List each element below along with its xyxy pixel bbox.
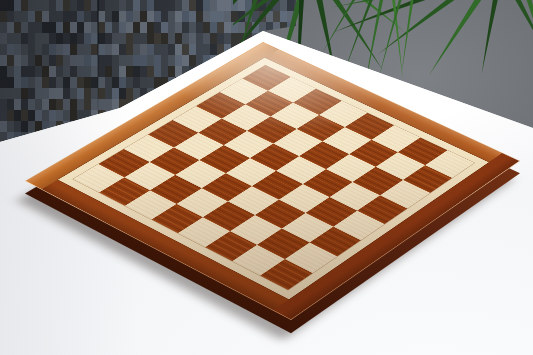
mosaic-tile: [63, 66, 70, 77]
mosaic-tile: [105, 44, 112, 55]
mosaic-tile: [56, 11, 63, 22]
mosaic-tile: [140, 77, 147, 88]
mosaic-tile: [42, 22, 49, 33]
mosaic-tile: [175, 44, 182, 55]
mosaic-tile: [28, 77, 35, 88]
mosaic-tile: [189, 11, 196, 22]
mosaic-tile: [168, 33, 175, 44]
mosaic-tile: [56, 0, 63, 11]
mosaic-tile: [182, 11, 189, 22]
mosaic-tile: [21, 110, 28, 121]
mosaic-tile: [161, 44, 168, 55]
mosaic-tile: [189, 0, 196, 11]
mosaic-tile: [77, 99, 84, 110]
mosaic-tile: [154, 44, 161, 55]
mosaic-tile: [77, 44, 84, 55]
mosaic-tile: [42, 0, 49, 11]
mosaic-tile: [7, 44, 14, 55]
mosaic-tile: [35, 110, 42, 121]
mosaic-tile: [70, 77, 77, 88]
mosaic-tile: [70, 0, 77, 11]
mosaic-tile: [56, 66, 63, 77]
mosaic-tile: [98, 66, 105, 77]
mosaic-tile: [161, 33, 168, 44]
mosaic-tile: [91, 11, 98, 22]
mosaic-tile: [154, 0, 161, 11]
mosaic-tile: [98, 33, 105, 44]
mosaic-tile: [70, 44, 77, 55]
photo-stage: [0, 0, 533, 355]
mosaic-tile: [182, 33, 189, 44]
mosaic-tile: [21, 0, 28, 11]
mosaic-tile: [126, 11, 133, 22]
mosaic-tile: [126, 77, 133, 88]
mosaic-tile: [63, 33, 70, 44]
mosaic-tile: [91, 22, 98, 33]
mosaic-tile: [189, 22, 196, 33]
mosaic-tile: [210, 0, 217, 11]
mosaic-tile: [35, 0, 42, 11]
mosaic-tile: [203, 0, 210, 11]
mosaic-tile: [49, 88, 56, 99]
mosaic-tile: [63, 88, 70, 99]
mosaic-tile: [217, 0, 224, 11]
mosaic-tile: [105, 55, 112, 66]
mosaic-tile: [217, 22, 224, 33]
mosaic-tile: [182, 55, 189, 66]
mosaic-tile: [140, 11, 147, 22]
mosaic-tile: [28, 0, 35, 11]
mosaic-tile: [98, 11, 105, 22]
mosaic-tile: [98, 44, 105, 55]
mosaic-tile: [35, 22, 42, 33]
mosaic-tile: [196, 22, 203, 33]
mosaic-tile: [189, 55, 196, 66]
mosaic-tile: [14, 99, 21, 110]
mosaic-tile: [133, 11, 140, 22]
mosaic-tile: [91, 99, 98, 110]
mosaic-tile: [112, 44, 119, 55]
mosaic-tile: [7, 22, 14, 33]
mosaic-tile: [63, 110, 70, 121]
mosaic-tile: [35, 88, 42, 99]
mosaic-tile: [196, 33, 203, 44]
mosaic-tile: [224, 33, 231, 44]
mosaic-tile: [119, 0, 126, 11]
mosaic-tile: [7, 66, 14, 77]
mosaic-tile: [182, 0, 189, 11]
mosaic-tile: [147, 44, 154, 55]
mosaic-tile: [0, 22, 7, 33]
mosaic-tile: [126, 0, 133, 11]
mosaic-tile: [14, 22, 21, 33]
mosaic-tile: [196, 44, 203, 55]
mosaic-tile: [140, 55, 147, 66]
mosaic-tile: [161, 11, 168, 22]
mosaic-tile: [77, 66, 84, 77]
mosaic-tile: [112, 55, 119, 66]
mosaic-tile: [91, 77, 98, 88]
mosaic-tile: [168, 22, 175, 33]
mosaic-tile: [77, 11, 84, 22]
mosaic-tile: [105, 11, 112, 22]
mosaic-tile: [42, 44, 49, 55]
mosaic-tile: [14, 44, 21, 55]
mosaic-tile: [63, 0, 70, 11]
mosaic-tile: [42, 11, 49, 22]
mosaic-tile: [28, 121, 35, 132]
mosaic-tile: [35, 99, 42, 110]
mosaic-tile: [210, 11, 217, 22]
mosaic-tile: [7, 11, 14, 22]
mosaic-tile: [168, 55, 175, 66]
mosaic-tile: [42, 33, 49, 44]
mosaic-tile: [119, 66, 126, 77]
mosaic-tile: [203, 22, 210, 33]
mosaic-tile: [21, 88, 28, 99]
mosaic-tile: [7, 55, 14, 66]
mosaic-tile: [0, 55, 7, 66]
mosaic-tile: [91, 33, 98, 44]
mosaic-tile: [56, 33, 63, 44]
mosaic-tile: [14, 66, 21, 77]
mosaic-tile: [14, 33, 21, 44]
mosaic-tile: [0, 99, 7, 110]
mosaic-tile: [126, 33, 133, 44]
mosaic-tile: [84, 11, 91, 22]
mosaic-tile: [42, 66, 49, 77]
mosaic-tile: [189, 33, 196, 44]
mosaic-tile: [154, 77, 161, 88]
mosaic-tile: [210, 22, 217, 33]
mosaic-tile: [105, 77, 112, 88]
mosaic-tile: [189, 44, 196, 55]
mosaic-tile: [112, 66, 119, 77]
mosaic-tile: [84, 55, 91, 66]
mosaic-tile: [105, 88, 112, 99]
mosaic-tile: [28, 44, 35, 55]
mosaic-tile: [133, 55, 140, 66]
mosaic-tile: [21, 33, 28, 44]
mosaic-tile: [63, 22, 70, 33]
mosaic-tile: [98, 88, 105, 99]
palm-leaf: [502, 0, 533, 61]
mosaic-tile: [35, 33, 42, 44]
mosaic-tile: [49, 77, 56, 88]
mosaic-tile: [56, 44, 63, 55]
mosaic-tile: [63, 44, 70, 55]
mosaic-tile: [133, 88, 140, 99]
mosaic-tile: [175, 11, 182, 22]
mosaic-tile: [175, 55, 182, 66]
mosaic-tile: [0, 44, 7, 55]
mosaic-tile: [105, 99, 112, 110]
mosaic-tile: [161, 0, 168, 11]
mosaic-tile: [196, 11, 203, 22]
mosaic-tile: [217, 11, 224, 22]
mosaic-tile: [70, 22, 77, 33]
mosaic-tile: [133, 0, 140, 11]
mosaic-tile: [161, 22, 168, 33]
mosaic-tile: [98, 77, 105, 88]
mosaic-tile: [7, 99, 14, 110]
mosaic-tile: [126, 22, 133, 33]
mosaic-tile: [147, 0, 154, 11]
mosaic-tile: [84, 99, 91, 110]
mosaic-tile: [175, 33, 182, 44]
mosaic-tile: [126, 44, 133, 55]
mosaic-tile: [56, 77, 63, 88]
mosaic-tile: [84, 22, 91, 33]
mosaic-tile: [154, 33, 161, 44]
mosaic-tile: [119, 77, 126, 88]
mosaic-tile: [14, 121, 21, 132]
mosaic-tile: [112, 0, 119, 11]
mosaic-tile: [21, 22, 28, 33]
mosaic-tile: [49, 11, 56, 22]
mosaic-tile: [133, 22, 140, 33]
mosaic-tile: [175, 22, 182, 33]
mosaic-tile: [119, 11, 126, 22]
mosaic-tile: [21, 121, 28, 132]
mosaic-tile: [70, 11, 77, 22]
mosaic-tile: [224, 22, 231, 33]
mosaic-tile: [161, 66, 168, 77]
mosaic-tile: [140, 33, 147, 44]
mosaic-tile: [77, 55, 84, 66]
mosaic-tile: [56, 22, 63, 33]
mosaic-tile: [168, 11, 175, 22]
mosaic-tile: [0, 0, 7, 11]
mosaic-tile: [0, 11, 7, 22]
mosaic-tile: [77, 77, 84, 88]
mosaic-tile: [182, 22, 189, 33]
mosaic-tile: [133, 44, 140, 55]
mosaic-tile: [119, 44, 126, 55]
mosaic-tile: [84, 33, 91, 44]
mosaic-tile: [49, 99, 56, 110]
mosaic-tile: [42, 55, 49, 66]
mosaic-tile: [98, 99, 105, 110]
mosaic-tile: [7, 121, 14, 132]
mosaic-tile: [224, 0, 231, 11]
mosaic-tile: [105, 0, 112, 11]
mosaic-tile: [98, 55, 105, 66]
mosaic-tile: [84, 77, 91, 88]
mosaic-tile: [28, 22, 35, 33]
mosaic-tile: [133, 33, 140, 44]
mosaic-tile: [7, 77, 14, 88]
mosaic-tile: [203, 44, 210, 55]
mosaic-tile: [49, 55, 56, 66]
mosaic-tile: [105, 66, 112, 77]
mosaic-tile: [140, 66, 147, 77]
mosaic-tile: [7, 0, 14, 11]
mosaic-tile: [56, 110, 63, 121]
mosaic-tile: [203, 33, 210, 44]
mosaic-tile: [147, 33, 154, 44]
mosaic-tile: [133, 77, 140, 88]
mosaic-tile: [112, 99, 119, 110]
mosaic-tile: [0, 77, 7, 88]
mosaic-tile: [14, 77, 21, 88]
mosaic-tile: [133, 66, 140, 77]
mosaic-tile: [84, 0, 91, 11]
mosaic-tile: [70, 66, 77, 77]
mosaic-tile: [126, 66, 133, 77]
mosaic-tile: [28, 66, 35, 77]
mosaic-tile: [70, 88, 77, 99]
mosaic-tile: [56, 88, 63, 99]
mosaic-tile: [154, 22, 161, 33]
mosaic-tile: [28, 99, 35, 110]
mosaic-tile: [112, 22, 119, 33]
mosaic-tile: [70, 55, 77, 66]
mosaic-tile: [35, 77, 42, 88]
mosaic-tile: [112, 11, 119, 22]
mosaic-tile: [7, 110, 14, 121]
mosaic-tile: [21, 66, 28, 77]
mosaic-tile: [154, 66, 161, 77]
mosaic-tile: [14, 11, 21, 22]
mosaic-tile: [42, 110, 49, 121]
mosaic-tile: [21, 77, 28, 88]
mosaic-tile: [49, 66, 56, 77]
wall-panel-seam: [97, 0, 99, 125]
mosaic-tile: [56, 99, 63, 110]
mosaic-tile: [112, 33, 119, 44]
mosaic-tile: [49, 44, 56, 55]
mosaic-tile: [210, 44, 217, 55]
mosaic-tile: [35, 55, 42, 66]
mosaic-tile: [21, 11, 28, 22]
mosaic-tile: [84, 88, 91, 99]
palm-leaf: [378, 0, 404, 79]
mosaic-tile: [77, 88, 84, 99]
mosaic-tile: [91, 0, 98, 11]
mosaic-tile: [105, 33, 112, 44]
mosaic-tile: [14, 88, 21, 99]
mosaic-tile: [119, 88, 126, 99]
mosaic-tile: [77, 33, 84, 44]
mosaic-tile: [105, 22, 112, 33]
mosaic-tile: [77, 22, 84, 33]
mosaic-tile: [210, 33, 217, 44]
mosaic-tile: [147, 77, 154, 88]
mosaic-tile: [35, 121, 42, 132]
mosaic-tile: [35, 11, 42, 22]
mosaic-tile: [70, 99, 77, 110]
mosaic-tile: [196, 0, 203, 11]
mosaic-tile: [42, 99, 49, 110]
mosaic-tile: [140, 0, 147, 11]
mosaic-tile: [49, 110, 56, 121]
mosaic-tile: [28, 88, 35, 99]
mosaic-tile: [35, 44, 42, 55]
mosaic-tile: [21, 44, 28, 55]
mosaic-tile: [119, 22, 126, 33]
mosaic-tile: [168, 44, 175, 55]
mosaic-tile: [14, 0, 21, 11]
mosaic-tile: [98, 0, 105, 11]
mosaic-tile: [119, 55, 126, 66]
mosaic-tile: [14, 55, 21, 66]
mosaic-tile: [91, 44, 98, 55]
mosaic-tile: [98, 22, 105, 33]
mosaic-tile: [42, 88, 49, 99]
mosaic-tile: [147, 11, 154, 22]
mosaic-tile: [63, 77, 70, 88]
mosaic-tile: [91, 55, 98, 66]
mosaic-tile: [0, 88, 7, 99]
mosaic-tile: [154, 11, 161, 22]
mosaic-tile: [161, 55, 168, 66]
mosaic-tile: [112, 88, 119, 99]
mosaic-tile: [140, 22, 147, 33]
mosaic-tile: [0, 121, 7, 132]
mosaic-tile: [63, 55, 70, 66]
mosaic-tile: [217, 33, 224, 44]
mosaic-tile: [182, 44, 189, 55]
mosaic-tile: [0, 110, 7, 121]
mosaic-tile: [63, 99, 70, 110]
mosaic-tile: [126, 55, 133, 66]
mosaic-tile: [112, 77, 119, 88]
mosaic-tile: [168, 0, 175, 11]
mosaic-tile: [147, 22, 154, 33]
mosaic-tile: [70, 33, 77, 44]
mosaic-tile: [70, 110, 77, 121]
mosaic-tile: [28, 33, 35, 44]
mosaic-tile: [91, 88, 98, 99]
mosaic-tile: [63, 11, 70, 22]
mosaic-tile: [49, 22, 56, 33]
mosaic-tile: [175, 0, 182, 11]
mosaic-tile: [119, 33, 126, 44]
mosaic-tile: [147, 55, 154, 66]
mosaic-tile: [91, 66, 98, 77]
mosaic-tile: [0, 66, 7, 77]
mosaic-tile: [56, 55, 63, 66]
mosaic-tile: [28, 55, 35, 66]
mosaic-tile: [21, 55, 28, 66]
mosaic-tile: [77, 0, 84, 11]
mosaic-tile: [7, 33, 14, 44]
mosaic-tile: [154, 55, 161, 66]
mosaic-tile: [84, 44, 91, 55]
mosaic-tile: [126, 88, 133, 99]
mosaic-tile: [203, 11, 210, 22]
mosaic-tile: [147, 66, 154, 77]
mosaic-tile: [21, 99, 28, 110]
mosaic-tile: [28, 11, 35, 22]
mosaic-tile: [49, 0, 56, 11]
mosaic-tile: [0, 33, 7, 44]
mosaic-tile: [14, 110, 21, 121]
palm-leaf: [482, 0, 505, 74]
palm-leaf: [402, 0, 415, 74]
mosaic-tile: [168, 66, 175, 77]
mosaic-tile: [49, 33, 56, 44]
mosaic-tile: [7, 88, 14, 99]
mosaic-tile: [35, 66, 42, 77]
mosaic-tile: [42, 77, 49, 88]
mosaic-tile: [140, 44, 147, 55]
mosaic-tile: [28, 110, 35, 121]
mosaic-tile: [84, 66, 91, 77]
mosaic-tile: [224, 11, 231, 22]
